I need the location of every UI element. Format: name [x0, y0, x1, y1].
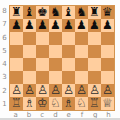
white-bishop-e1[interactable]: ♗: [63, 97, 74, 110]
white-knight-d1[interactable]: ♘: [50, 97, 61, 110]
square-d1[interactable]: ♘: [49, 97, 62, 110]
square-c7[interactable]: ♟: [36, 19, 49, 32]
chess-board: ♜♝♚♞♝♞♜♛♟♟♟♟♟♟♟♟♙♙♙♙♙♙♙♙♖♗♔♘♗♘♖♕: [9, 5, 115, 111]
square-f7[interactable]: ♟: [75, 19, 88, 32]
rank-label-4: 4: [0, 58, 9, 71]
square-h7[interactable]: ♟: [101, 19, 114, 32]
square-e6[interactable]: [62, 32, 75, 45]
square-b5[interactable]: [23, 45, 36, 58]
square-b1[interactable]: ♗: [23, 97, 36, 110]
square-f1[interactable]: ♘: [75, 97, 88, 110]
square-h1[interactable]: ♕: [101, 97, 114, 110]
rank-label-1: 1: [0, 98, 9, 111]
square-d6[interactable]: [49, 32, 62, 45]
square-c6[interactable]: [36, 32, 49, 45]
square-c4[interactable]: [36, 58, 49, 71]
square-e4[interactable]: [62, 58, 75, 71]
rank-label-8: 8: [0, 5, 9, 18]
square-g7[interactable]: ♟: [88, 19, 101, 32]
rank-label-7: 7: [0, 18, 9, 31]
square-h4[interactable]: [101, 58, 114, 71]
square-f4[interactable]: [75, 58, 88, 71]
window-bottom-edge: [0, 118, 120, 120]
black-pawn-g7[interactable]: ♟: [89, 19, 100, 32]
rank-labels: 87654321: [0, 5, 9, 111]
black-pawn-h7[interactable]: ♟: [102, 19, 113, 32]
square-g6[interactable]: [88, 32, 101, 45]
black-pawn-d7[interactable]: ♟: [50, 19, 61, 32]
black-pawn-e7[interactable]: ♟: [63, 19, 74, 32]
square-a1[interactable]: ♖: [10, 97, 23, 110]
square-a6[interactable]: [10, 32, 23, 45]
square-h6[interactable]: [101, 32, 114, 45]
square-g4[interactable]: [88, 58, 101, 71]
square-e5[interactable]: [62, 45, 75, 58]
white-queen-h1[interactable]: ♕: [102, 97, 113, 110]
black-pawn-b7[interactable]: ♟: [24, 19, 35, 32]
square-f5[interactable]: [75, 45, 88, 58]
black-pawn-a7[interactable]: ♟: [11, 19, 22, 32]
square-d4[interactable]: [49, 58, 62, 71]
square-a5[interactable]: [10, 45, 23, 58]
square-c1[interactable]: ♔: [36, 97, 49, 110]
white-rook-g1[interactable]: ♖: [89, 97, 100, 110]
square-c5[interactable]: [36, 45, 49, 58]
square-g5[interactable]: [88, 45, 101, 58]
white-rook-a1[interactable]: ♖: [11, 97, 22, 110]
square-h5[interactable]: [101, 45, 114, 58]
rank-label-5: 5: [0, 45, 9, 58]
square-e1[interactable]: ♗: [62, 97, 75, 110]
white-bishop-b1[interactable]: ♗: [24, 97, 35, 110]
white-knight-f1[interactable]: ♘: [76, 97, 87, 110]
square-d5[interactable]: [49, 45, 62, 58]
square-a4[interactable]: [10, 58, 23, 71]
square-e7[interactable]: ♟: [62, 19, 75, 32]
black-pawn-c7[interactable]: ♟: [37, 19, 48, 32]
square-b4[interactable]: [23, 58, 36, 71]
chess-board-grid: ♜♝♚♞♝♞♜♛♟♟♟♟♟♟♟♟♙♙♙♙♙♙♙♙♖♗♔♘♗♘♖♕: [10, 6, 114, 110]
rank-label-2: 2: [0, 85, 9, 98]
black-pawn-f7[interactable]: ♟: [76, 19, 87, 32]
square-d7[interactable]: ♟: [49, 19, 62, 32]
white-king-c1[interactable]: ♔: [37, 97, 48, 110]
rank-label-6: 6: [0, 32, 9, 45]
square-a7[interactable]: ♟: [10, 19, 23, 32]
square-b7[interactable]: ♟: [23, 19, 36, 32]
square-g1[interactable]: ♖: [88, 97, 101, 110]
rank-label-3: 3: [0, 71, 9, 84]
square-b6[interactable]: [23, 32, 36, 45]
square-f6[interactable]: [75, 32, 88, 45]
